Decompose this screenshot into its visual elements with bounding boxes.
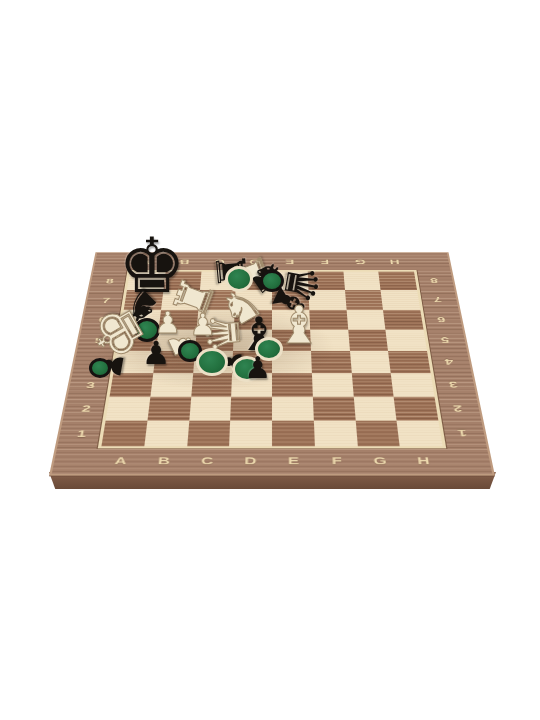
square-d5 xyxy=(233,330,272,351)
coord-label-2: 2 xyxy=(63,396,110,420)
square-f6 xyxy=(309,310,348,330)
square-h8 xyxy=(379,272,418,291)
coord-label-5: 5 xyxy=(77,330,120,351)
square-b6 xyxy=(158,310,198,330)
square-g1 xyxy=(355,421,400,447)
square-f2 xyxy=(313,396,356,420)
square-c6 xyxy=(196,310,235,330)
square-a1 xyxy=(101,421,147,447)
square-b2 xyxy=(147,396,191,420)
square-e3 xyxy=(272,373,313,396)
chess-board: ABCDEFGH ABCDEFGH 87654321 87654321 xyxy=(49,252,495,475)
coord-label-D: D xyxy=(228,446,272,474)
coord-label-7: 7 xyxy=(86,290,127,309)
coord-label-1: 1 xyxy=(438,421,486,447)
file-labels-top: ABCDEFGH xyxy=(130,253,414,271)
coord-label-3: 3 xyxy=(68,373,114,396)
square-f4 xyxy=(311,351,352,373)
square-f1 xyxy=(314,421,358,447)
coord-label-2: 2 xyxy=(434,396,481,420)
square-a2 xyxy=(106,396,151,420)
square-e1 xyxy=(272,421,315,447)
coord-label-G: G xyxy=(342,253,379,271)
squares-grid xyxy=(101,272,442,447)
square-c3 xyxy=(191,373,233,396)
coord-label-5: 5 xyxy=(424,330,467,351)
square-b7 xyxy=(161,290,200,309)
square-a8 xyxy=(127,272,166,291)
square-d3 xyxy=(231,373,272,396)
square-b4 xyxy=(153,351,194,373)
square-h7 xyxy=(381,290,420,309)
coord-label-B: B xyxy=(141,446,187,474)
square-h5 xyxy=(386,330,427,351)
coord-label-A: A xyxy=(130,253,168,271)
square-h3 xyxy=(391,373,434,396)
square-e8 xyxy=(272,272,308,291)
square-h6 xyxy=(383,310,423,330)
coord-label-H: H xyxy=(400,446,447,474)
coord-label-H: H xyxy=(376,253,414,271)
coord-label-E: E xyxy=(272,446,316,474)
square-h4 xyxy=(388,351,430,373)
square-e6 xyxy=(272,310,310,330)
coord-label-7: 7 xyxy=(417,290,458,309)
square-h2 xyxy=(394,396,439,420)
coord-label-1: 1 xyxy=(57,421,105,447)
square-c7 xyxy=(198,290,236,309)
coord-label-8: 8 xyxy=(414,272,454,291)
coord-label-6: 6 xyxy=(81,310,123,330)
coord-label-4: 4 xyxy=(427,351,472,373)
coord-label-E: E xyxy=(272,253,308,271)
coord-label-4: 4 xyxy=(72,351,117,373)
square-g4 xyxy=(350,351,391,373)
square-d6 xyxy=(234,310,272,330)
square-c1 xyxy=(187,421,231,447)
coord-label-8: 8 xyxy=(90,272,130,291)
coord-label-3: 3 xyxy=(431,373,477,396)
square-c4 xyxy=(193,351,234,373)
coord-label-D: D xyxy=(236,253,272,271)
square-f5 xyxy=(310,330,350,351)
coord-label-A: A xyxy=(97,446,144,474)
square-f7 xyxy=(308,290,346,309)
square-d4 xyxy=(232,351,272,373)
file-labels-bottom: ABCDEFGH xyxy=(97,446,447,474)
square-g3 xyxy=(351,373,394,396)
square-b1 xyxy=(144,421,189,447)
square-g8 xyxy=(343,272,381,291)
square-a7 xyxy=(124,290,163,309)
square-d8 xyxy=(236,272,272,291)
coord-label-6: 6 xyxy=(420,310,462,330)
coord-label-C: C xyxy=(201,253,237,271)
square-c8 xyxy=(199,272,236,291)
square-e2 xyxy=(272,396,314,420)
square-f3 xyxy=(312,373,354,396)
square-d1 xyxy=(229,421,272,447)
square-c5 xyxy=(195,330,235,351)
square-e4 xyxy=(272,351,312,373)
square-b3 xyxy=(150,373,193,396)
square-a4 xyxy=(113,351,155,373)
square-f8 xyxy=(308,272,345,291)
square-a5 xyxy=(117,330,158,351)
square-b8 xyxy=(163,272,201,291)
coord-label-F: F xyxy=(315,446,360,474)
coord-label-C: C xyxy=(184,446,229,474)
square-d7 xyxy=(235,290,272,309)
square-g6 xyxy=(346,310,386,330)
square-g7 xyxy=(345,290,384,309)
square-a6 xyxy=(120,310,160,330)
square-b5 xyxy=(156,330,196,351)
square-e7 xyxy=(272,290,309,309)
product-photo-canvas[interactable]: ABCDEFGH ABCDEFGH 87654321 87654321 ♚♜♜♞… xyxy=(0,0,540,720)
square-g2 xyxy=(353,396,397,420)
coord-label-F: F xyxy=(307,253,343,271)
square-d2 xyxy=(230,396,272,420)
coord-label-B: B xyxy=(165,253,202,271)
square-g5 xyxy=(348,330,388,351)
square-e5 xyxy=(272,330,311,351)
square-a3 xyxy=(110,373,153,396)
coord-label-G: G xyxy=(357,446,403,474)
square-h1 xyxy=(397,421,443,447)
square-c2 xyxy=(189,396,232,420)
